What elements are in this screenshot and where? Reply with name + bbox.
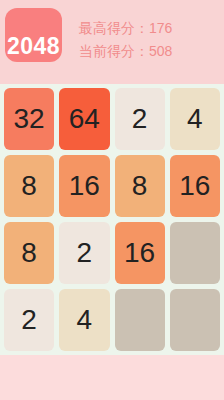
best-score-value: 176 <box>149 20 172 36</box>
empty-cell <box>170 289 220 351</box>
current-score: 当前得分：508 <box>79 44 172 59</box>
current-score-label: 当前得分 <box>79 43 135 59</box>
current-score-value: 508 <box>149 43 172 59</box>
tile-8: 8 <box>4 222 54 284</box>
tile-16: 16 <box>59 155 109 217</box>
footer-area <box>0 355 224 400</box>
tile-2: 2 <box>115 88 165 150</box>
best-score-separator: ： <box>135 20 149 36</box>
tile-2: 2 <box>59 222 109 284</box>
tile-16: 16 <box>170 155 220 217</box>
tile-8: 8 <box>4 155 54 217</box>
best-score: 最高得分：176 <box>79 21 172 36</box>
tile-8: 8 <box>115 155 165 217</box>
board-grid[interactable]: 326424816816821624 <box>0 84 224 355</box>
game-screen: 2048 最高得分：176 当前得分：508 32642481681682162… <box>0 0 224 400</box>
current-score-separator: ： <box>135 43 149 59</box>
empty-cell <box>115 289 165 351</box>
tile-4: 4 <box>59 289 109 351</box>
best-score-label: 最高得分 <box>79 20 135 36</box>
tile-2: 2 <box>4 289 54 351</box>
empty-cell <box>170 222 220 284</box>
score-panel: 最高得分：176 当前得分：508 <box>79 21 172 59</box>
game-logo: 2048 <box>5 8 62 62</box>
header: 2048 最高得分：176 当前得分：508 <box>0 0 224 84</box>
tile-16: 16 <box>115 222 165 284</box>
tile-32: 32 <box>4 88 54 150</box>
tile-4: 4 <box>170 88 220 150</box>
tile-64: 64 <box>59 88 109 150</box>
